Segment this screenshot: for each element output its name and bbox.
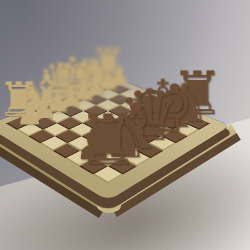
black-rook-a8[interactable]: ♜: [73, 105, 143, 175]
chess-board: ♜♞♝♛♚♝♞♜♟♟♟♟♟♟♟♟♟♟♟♟♟♟♟♟♜♞♝♛♚♝♞♜: [0, 75, 230, 201]
scene-3d: ♜♞♝♛♚♝♞♜♟♟♟♟♟♟♟♟♟♟♟♟♟♟♟♟♜♞♝♛♚♝♞♜: [0, 0, 250, 250]
photo-stage: ♜♞♝♛♚♝♞♜♟♟♟♟♟♟♟♟♟♟♟♟♟♟♟♟♜♞♝♛♚♝♞♜: [0, 0, 250, 250]
white-pawn-a2[interactable]: ♟: [0, 99, 61, 130]
